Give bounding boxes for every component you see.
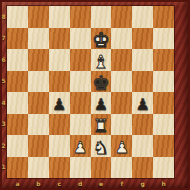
white-knight-piece: ♞ [93, 138, 109, 156]
square-a3[interactable] [7, 114, 28, 136]
square-b6[interactable] [28, 49, 49, 71]
square-e7[interactable]: ♚ [91, 28, 112, 50]
rank-label-5: 5 [0, 71, 7, 93]
rank-label-6: 6 [0, 49, 7, 71]
square-a6[interactable] [7, 49, 28, 71]
square-d6[interactable] [70, 49, 91, 71]
chess-board: ♚♝♚♟♟♟♜♟♞♟ [7, 6, 174, 178]
square-e2[interactable]: ♞ [91, 135, 112, 157]
file-label-e: e [91, 178, 112, 190]
rank-label-8: 8 [0, 6, 7, 28]
square-b3[interactable] [28, 114, 49, 136]
file-labels: abcdefgh [7, 178, 174, 190]
square-c5[interactable] [49, 71, 70, 93]
square-g7[interactable] [132, 28, 153, 50]
white-king-piece: ♚ [92, 30, 110, 50]
square-c7[interactable] [49, 28, 70, 50]
square-h3[interactable] [153, 114, 174, 136]
square-b8[interactable] [28, 6, 49, 28]
square-d5[interactable] [70, 71, 91, 93]
square-c4[interactable]: ♟ [49, 92, 70, 114]
square-h7[interactable] [153, 28, 174, 50]
square-a7[interactable] [7, 28, 28, 50]
square-h4[interactable] [153, 92, 174, 114]
square-f8[interactable] [111, 6, 132, 28]
rank-label-4: 4 [0, 92, 7, 114]
black-king-piece: ♚ [92, 73, 110, 93]
square-e5[interactable]: ♚ [91, 71, 112, 93]
square-b2[interactable] [28, 135, 49, 157]
square-c2[interactable] [49, 135, 70, 157]
square-e3[interactable]: ♜ [91, 114, 112, 136]
white-pawn-piece: ♟ [115, 139, 129, 155]
square-g5[interactable] [132, 71, 153, 93]
rank-labels: 87654321 [0, 6, 7, 178]
square-f1[interactable] [111, 157, 132, 179]
square-c3[interactable] [49, 114, 70, 136]
square-f3[interactable] [111, 114, 132, 136]
square-d3[interactable] [70, 114, 91, 136]
rank-label-7: 7 [0, 28, 7, 50]
square-a2[interactable] [7, 135, 28, 157]
square-a4[interactable] [7, 92, 28, 114]
square-c6[interactable] [49, 49, 70, 71]
square-a5[interactable] [7, 71, 28, 93]
square-h5[interactable] [153, 71, 174, 93]
white-rook-piece: ♜ [93, 117, 109, 135]
square-d8[interactable] [70, 6, 91, 28]
square-d7[interactable] [70, 28, 91, 50]
square-f2[interactable]: ♟ [111, 135, 132, 157]
square-a8[interactable] [7, 6, 28, 28]
square-c1[interactable] [49, 157, 70, 179]
square-f5[interactable] [111, 71, 132, 93]
rank-label-3: 3 [0, 114, 7, 136]
file-label-c: c [49, 178, 70, 190]
square-h8[interactable] [153, 6, 174, 28]
square-b4[interactable] [28, 92, 49, 114]
square-g6[interactable] [132, 49, 153, 71]
file-label-g: g [132, 178, 153, 190]
square-g1[interactable] [132, 157, 153, 179]
square-e6[interactable]: ♝ [91, 49, 112, 71]
square-f6[interactable] [111, 49, 132, 71]
square-c8[interactable] [49, 6, 70, 28]
square-g3[interactable] [132, 114, 153, 136]
square-e1[interactable] [91, 157, 112, 179]
square-d1[interactable] [70, 157, 91, 179]
white-pawn-piece: ♟ [73, 139, 87, 155]
white-bishop-piece: ♝ [93, 52, 109, 70]
square-g2[interactable] [132, 135, 153, 157]
square-h6[interactable] [153, 49, 174, 71]
square-d2[interactable]: ♟ [70, 135, 91, 157]
square-e4[interactable]: ♟ [91, 92, 112, 114]
square-g8[interactable] [132, 6, 153, 28]
black-pawn-piece: ♟ [52, 96, 66, 112]
square-e8[interactable] [91, 6, 112, 28]
square-h1[interactable] [153, 157, 174, 179]
file-label-f: f [111, 178, 132, 190]
square-h2[interactable] [153, 135, 174, 157]
square-f4[interactable] [111, 92, 132, 114]
square-b1[interactable] [28, 157, 49, 179]
chess-board-window: ♚♝♚♟♟♟♜♟♞♟ 87654321 abcdefgh [0, 0, 190, 190]
square-g4[interactable]: ♟ [132, 92, 153, 114]
square-a1[interactable] [7, 157, 28, 179]
square-d4[interactable] [70, 92, 91, 114]
file-label-b: b [28, 178, 49, 190]
square-b5[interactable] [28, 71, 49, 93]
black-pawn-piece: ♟ [136, 96, 150, 112]
file-label-h: h [153, 178, 174, 190]
square-b7[interactable] [28, 28, 49, 50]
black-pawn-piece: ♟ [94, 96, 108, 112]
file-label-d: d [70, 178, 91, 190]
file-label-a: a [7, 178, 28, 190]
rank-label-2: 2 [0, 135, 7, 157]
rank-label-1: 1 [0, 157, 7, 179]
square-f7[interactable] [111, 28, 132, 50]
